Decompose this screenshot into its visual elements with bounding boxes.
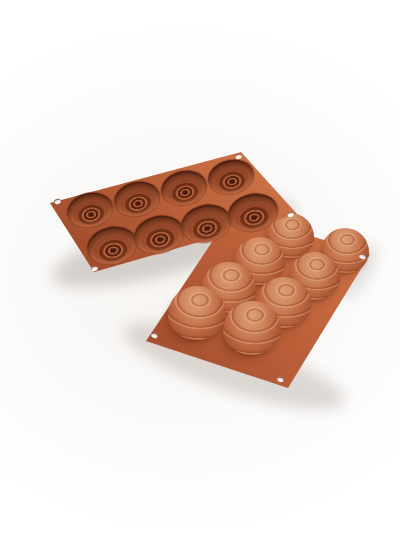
beehive-dome: [223, 301, 281, 355]
beehive-dome: [168, 286, 226, 340]
product-photo: [0, 0, 400, 533]
